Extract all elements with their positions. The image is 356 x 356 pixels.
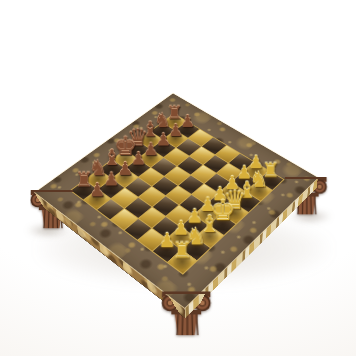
gold-rook: ♜: [162, 240, 202, 262]
square-h1: ♜: [168, 250, 196, 273]
square-h7: ♟: [84, 190, 110, 210]
chess-set-product-photo: ♜♟♟♜♞♟♟♞♝♟♟♝♛♟♟♛♚♟♟♚♝♟♟♝♞♟♟♞♜♟♟♜: [0, 0, 356, 356]
chess-board: ♜♟♟♜♞♟♟♞♝♟♟♝♛♟♟♛♚♟♟♚♝♟♟♝♞♟♟♞♜♟♟♜: [35, 93, 318, 307]
copper-pawn: ♟: [79, 181, 116, 199]
scene: ♜♟♟♜♞♟♟♞♝♟♟♝♛♟♟♛♚♟♟♚♝♟♟♝♞♟♟♞♜♟♟♜: [0, 0, 356, 356]
